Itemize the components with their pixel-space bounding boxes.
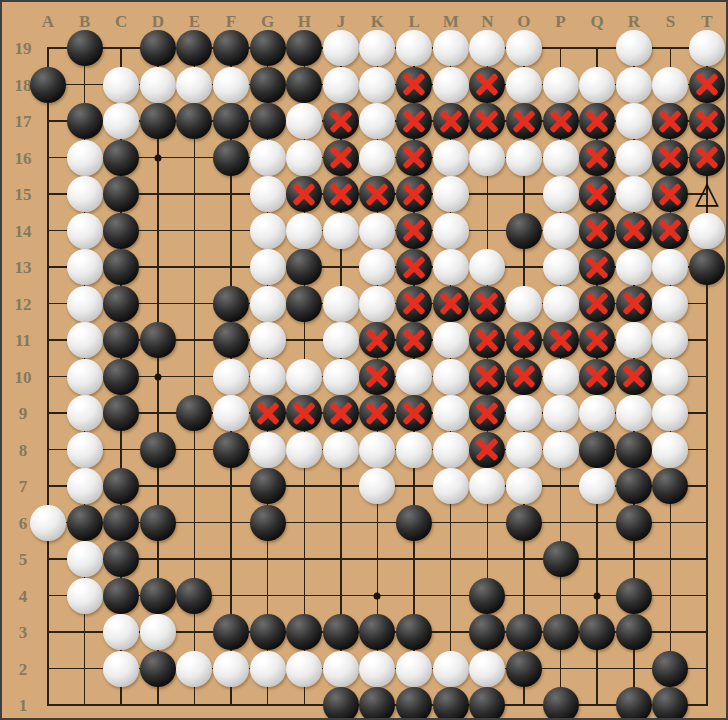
point-T18[interactable] bbox=[689, 66, 726, 103]
point-E18[interactable] bbox=[176, 66, 213, 103]
point-M18[interactable] bbox=[432, 66, 469, 103]
point-S18[interactable] bbox=[652, 66, 689, 103]
point-L3[interactable] bbox=[396, 614, 433, 651]
point-J1[interactable] bbox=[323, 687, 360, 720]
point-P2[interactable] bbox=[542, 650, 579, 687]
point-M2[interactable] bbox=[432, 650, 469, 687]
point-A2[interactable] bbox=[30, 650, 67, 687]
point-O5[interactable] bbox=[506, 541, 543, 578]
point-M7[interactable] bbox=[432, 468, 469, 505]
point-A5[interactable] bbox=[30, 541, 67, 578]
point-T9[interactable] bbox=[689, 395, 726, 432]
point-F19[interactable] bbox=[213, 30, 250, 67]
point-K7[interactable] bbox=[359, 468, 396, 505]
point-Q17[interactable] bbox=[579, 103, 616, 140]
point-S2[interactable] bbox=[652, 650, 689, 687]
point-K13[interactable] bbox=[359, 249, 396, 286]
point-S11[interactable] bbox=[652, 322, 689, 359]
point-N15[interactable] bbox=[469, 176, 506, 213]
point-B5[interactable] bbox=[66, 541, 103, 578]
point-K10[interactable] bbox=[359, 358, 396, 395]
point-J19[interactable] bbox=[323, 30, 360, 67]
point-E11[interactable] bbox=[176, 322, 213, 359]
point-C6[interactable] bbox=[103, 504, 140, 541]
point-M17[interactable] bbox=[432, 103, 469, 140]
point-A4[interactable] bbox=[30, 577, 67, 614]
point-A12[interactable] bbox=[30, 285, 67, 322]
point-F14[interactable] bbox=[213, 212, 250, 249]
point-C12[interactable] bbox=[103, 285, 140, 322]
point-G4[interactable] bbox=[249, 577, 286, 614]
point-R2[interactable] bbox=[615, 650, 652, 687]
point-O19[interactable] bbox=[506, 30, 543, 67]
point-S6[interactable] bbox=[652, 504, 689, 541]
point-K2[interactable] bbox=[359, 650, 396, 687]
point-D17[interactable] bbox=[140, 103, 177, 140]
point-Q2[interactable] bbox=[579, 650, 616, 687]
point-R11[interactable] bbox=[615, 322, 652, 359]
point-C15[interactable] bbox=[103, 176, 140, 213]
point-B11[interactable] bbox=[66, 322, 103, 359]
point-Q14[interactable] bbox=[579, 212, 616, 249]
point-J4[interactable] bbox=[323, 577, 360, 614]
point-E19[interactable] bbox=[176, 30, 213, 67]
point-E12[interactable] bbox=[176, 285, 213, 322]
point-F10[interactable] bbox=[213, 358, 250, 395]
point-G15[interactable] bbox=[249, 176, 286, 213]
point-H14[interactable] bbox=[286, 212, 323, 249]
point-E13[interactable] bbox=[176, 249, 213, 286]
point-M10[interactable] bbox=[432, 358, 469, 395]
point-H11[interactable] bbox=[286, 322, 323, 359]
point-L18[interactable] bbox=[396, 66, 433, 103]
point-D6[interactable] bbox=[140, 504, 177, 541]
point-D3[interactable] bbox=[140, 614, 177, 651]
point-N7[interactable] bbox=[469, 468, 506, 505]
point-J15[interactable] bbox=[323, 176, 360, 213]
point-J13[interactable] bbox=[323, 249, 360, 286]
point-T1[interactable] bbox=[689, 687, 726, 720]
point-R12[interactable] bbox=[615, 285, 652, 322]
point-D15[interactable] bbox=[140, 176, 177, 213]
point-E17[interactable] bbox=[176, 103, 213, 140]
point-N1[interactable] bbox=[469, 687, 506, 720]
point-D16[interactable] bbox=[140, 139, 177, 176]
point-H15[interactable] bbox=[286, 176, 323, 213]
point-P13[interactable] bbox=[542, 249, 579, 286]
point-A14[interactable] bbox=[30, 212, 67, 249]
point-Q1[interactable] bbox=[579, 687, 616, 720]
point-B10[interactable] bbox=[66, 358, 103, 395]
point-F1[interactable] bbox=[213, 687, 250, 720]
point-B17[interactable] bbox=[66, 103, 103, 140]
point-H17[interactable] bbox=[286, 103, 323, 140]
point-A17[interactable] bbox=[30, 103, 67, 140]
point-C19[interactable] bbox=[103, 30, 140, 67]
point-N14[interactable] bbox=[469, 212, 506, 249]
point-T15[interactable]: △ bbox=[689, 176, 726, 213]
point-B1[interactable] bbox=[66, 687, 103, 720]
point-D2[interactable] bbox=[140, 650, 177, 687]
point-G6[interactable] bbox=[249, 504, 286, 541]
point-P9[interactable] bbox=[542, 395, 579, 432]
point-S5[interactable] bbox=[652, 541, 689, 578]
point-N13[interactable] bbox=[469, 249, 506, 286]
point-L12[interactable] bbox=[396, 285, 433, 322]
point-L5[interactable] bbox=[396, 541, 433, 578]
point-N6[interactable] bbox=[469, 504, 506, 541]
point-J14[interactable] bbox=[323, 212, 360, 249]
point-O6[interactable] bbox=[506, 504, 543, 541]
point-K11[interactable] bbox=[359, 322, 396, 359]
point-R16[interactable] bbox=[615, 139, 652, 176]
point-H10[interactable] bbox=[286, 358, 323, 395]
point-S16[interactable] bbox=[652, 139, 689, 176]
point-T6[interactable] bbox=[689, 504, 726, 541]
point-D5[interactable] bbox=[140, 541, 177, 578]
point-L19[interactable] bbox=[396, 30, 433, 67]
point-O14[interactable] bbox=[506, 212, 543, 249]
point-G7[interactable] bbox=[249, 468, 286, 505]
point-T16[interactable] bbox=[689, 139, 726, 176]
point-A7[interactable] bbox=[30, 468, 67, 505]
point-B13[interactable] bbox=[66, 249, 103, 286]
point-M16[interactable] bbox=[432, 139, 469, 176]
point-J5[interactable] bbox=[323, 541, 360, 578]
point-P6[interactable] bbox=[542, 504, 579, 541]
point-J11[interactable] bbox=[323, 322, 360, 359]
point-J12[interactable] bbox=[323, 285, 360, 322]
point-F2[interactable] bbox=[213, 650, 250, 687]
point-C4[interactable] bbox=[103, 577, 140, 614]
point-S4[interactable] bbox=[652, 577, 689, 614]
point-R5[interactable] bbox=[615, 541, 652, 578]
point-T8[interactable] bbox=[689, 431, 726, 468]
point-H19[interactable] bbox=[286, 30, 323, 67]
point-M13[interactable] bbox=[432, 249, 469, 286]
point-M12[interactable] bbox=[432, 285, 469, 322]
point-L11[interactable] bbox=[396, 322, 433, 359]
point-R9[interactable] bbox=[615, 395, 652, 432]
point-N10[interactable] bbox=[469, 358, 506, 395]
point-K15[interactable] bbox=[359, 176, 396, 213]
point-S1[interactable] bbox=[652, 687, 689, 720]
point-O8[interactable] bbox=[506, 431, 543, 468]
point-C1[interactable] bbox=[103, 687, 140, 720]
point-J3[interactable] bbox=[323, 614, 360, 651]
point-F15[interactable] bbox=[213, 176, 250, 213]
point-P3[interactable] bbox=[542, 614, 579, 651]
point-C7[interactable] bbox=[103, 468, 140, 505]
point-D9[interactable] bbox=[140, 395, 177, 432]
point-C14[interactable] bbox=[103, 212, 140, 249]
point-L10[interactable] bbox=[396, 358, 433, 395]
point-T5[interactable] bbox=[689, 541, 726, 578]
point-D7[interactable] bbox=[140, 468, 177, 505]
point-R13[interactable] bbox=[615, 249, 652, 286]
point-N17[interactable] bbox=[469, 103, 506, 140]
point-O2[interactable] bbox=[506, 650, 543, 687]
point-C9[interactable] bbox=[103, 395, 140, 432]
point-S13[interactable] bbox=[652, 249, 689, 286]
point-H9[interactable] bbox=[286, 395, 323, 432]
point-N12[interactable] bbox=[469, 285, 506, 322]
point-C17[interactable] bbox=[103, 103, 140, 140]
point-T2[interactable] bbox=[689, 650, 726, 687]
point-D19[interactable] bbox=[140, 30, 177, 67]
point-B16[interactable] bbox=[66, 139, 103, 176]
point-T10[interactable] bbox=[689, 358, 726, 395]
point-C8[interactable] bbox=[103, 431, 140, 468]
point-N3[interactable] bbox=[469, 614, 506, 651]
point-F3[interactable] bbox=[213, 614, 250, 651]
point-P10[interactable] bbox=[542, 358, 579, 395]
point-G13[interactable] bbox=[249, 249, 286, 286]
point-Q3[interactable] bbox=[579, 614, 616, 651]
point-J6[interactable] bbox=[323, 504, 360, 541]
point-D1[interactable] bbox=[140, 687, 177, 720]
point-C5[interactable] bbox=[103, 541, 140, 578]
point-R14[interactable] bbox=[615, 212, 652, 249]
point-C16[interactable] bbox=[103, 139, 140, 176]
point-B7[interactable] bbox=[66, 468, 103, 505]
point-B18[interactable] bbox=[66, 66, 103, 103]
point-D11[interactable] bbox=[140, 322, 177, 359]
point-R7[interactable] bbox=[615, 468, 652, 505]
point-E1[interactable] bbox=[176, 687, 213, 720]
point-H13[interactable] bbox=[286, 249, 323, 286]
point-D12[interactable] bbox=[140, 285, 177, 322]
point-L1[interactable] bbox=[396, 687, 433, 720]
point-F18[interactable] bbox=[213, 66, 250, 103]
point-O9[interactable] bbox=[506, 395, 543, 432]
point-P11[interactable] bbox=[542, 322, 579, 359]
point-L2[interactable] bbox=[396, 650, 433, 687]
point-P4[interactable] bbox=[542, 577, 579, 614]
point-K14[interactable] bbox=[359, 212, 396, 249]
point-T17[interactable] bbox=[689, 103, 726, 140]
point-A9[interactable] bbox=[30, 395, 67, 432]
point-A6[interactable] bbox=[30, 504, 67, 541]
point-E9[interactable] bbox=[176, 395, 213, 432]
point-L14[interactable] bbox=[396, 212, 433, 249]
point-B9[interactable] bbox=[66, 395, 103, 432]
point-A10[interactable] bbox=[30, 358, 67, 395]
point-L13[interactable] bbox=[396, 249, 433, 286]
point-F7[interactable] bbox=[213, 468, 250, 505]
point-E10[interactable] bbox=[176, 358, 213, 395]
point-K8[interactable] bbox=[359, 431, 396, 468]
point-F5[interactable] bbox=[213, 541, 250, 578]
point-G17[interactable] bbox=[249, 103, 286, 140]
point-O13[interactable] bbox=[506, 249, 543, 286]
point-R15[interactable] bbox=[615, 176, 652, 213]
point-P17[interactable] bbox=[542, 103, 579, 140]
point-T7[interactable] bbox=[689, 468, 726, 505]
point-F16[interactable] bbox=[213, 139, 250, 176]
point-A1[interactable] bbox=[30, 687, 67, 720]
point-G11[interactable] bbox=[249, 322, 286, 359]
point-L17[interactable] bbox=[396, 103, 433, 140]
point-A16[interactable] bbox=[30, 139, 67, 176]
point-G5[interactable] bbox=[249, 541, 286, 578]
point-Q10[interactable] bbox=[579, 358, 616, 395]
point-M9[interactable] bbox=[432, 395, 469, 432]
point-P8[interactable] bbox=[542, 431, 579, 468]
point-G18[interactable] bbox=[249, 66, 286, 103]
point-D8[interactable] bbox=[140, 431, 177, 468]
point-L7[interactable] bbox=[396, 468, 433, 505]
point-K1[interactable] bbox=[359, 687, 396, 720]
point-Q11[interactable] bbox=[579, 322, 616, 359]
point-S12[interactable] bbox=[652, 285, 689, 322]
point-S17[interactable] bbox=[652, 103, 689, 140]
point-H4[interactable] bbox=[286, 577, 323, 614]
point-P14[interactable] bbox=[542, 212, 579, 249]
point-G3[interactable] bbox=[249, 614, 286, 651]
point-R19[interactable] bbox=[615, 30, 652, 67]
point-E15[interactable] bbox=[176, 176, 213, 213]
point-Q18[interactable] bbox=[579, 66, 616, 103]
point-R6[interactable] bbox=[615, 504, 652, 541]
point-C11[interactable] bbox=[103, 322, 140, 359]
point-E5[interactable] bbox=[176, 541, 213, 578]
point-J10[interactable] bbox=[323, 358, 360, 395]
point-A8[interactable] bbox=[30, 431, 67, 468]
point-D18[interactable] bbox=[140, 66, 177, 103]
point-Q5[interactable] bbox=[579, 541, 616, 578]
point-T19[interactable] bbox=[689, 30, 726, 67]
point-E14[interactable] bbox=[176, 212, 213, 249]
point-F17[interactable] bbox=[213, 103, 250, 140]
point-P7[interactable] bbox=[542, 468, 579, 505]
point-G14[interactable] bbox=[249, 212, 286, 249]
point-P12[interactable] bbox=[542, 285, 579, 322]
point-M3[interactable] bbox=[432, 614, 469, 651]
point-A15[interactable] bbox=[30, 176, 67, 213]
point-Q19[interactable] bbox=[579, 30, 616, 67]
point-J2[interactable] bbox=[323, 650, 360, 687]
point-L15[interactable] bbox=[396, 176, 433, 213]
point-K9[interactable] bbox=[359, 395, 396, 432]
point-B4[interactable] bbox=[66, 577, 103, 614]
point-F4[interactable] bbox=[213, 577, 250, 614]
point-S7[interactable] bbox=[652, 468, 689, 505]
point-H12[interactable] bbox=[286, 285, 323, 322]
point-A11[interactable] bbox=[30, 322, 67, 359]
point-C10[interactable] bbox=[103, 358, 140, 395]
point-H18[interactable] bbox=[286, 66, 323, 103]
point-C3[interactable] bbox=[103, 614, 140, 651]
point-S15[interactable] bbox=[652, 176, 689, 213]
point-N2[interactable] bbox=[469, 650, 506, 687]
point-P1[interactable] bbox=[542, 687, 579, 720]
point-A18[interactable] bbox=[30, 66, 67, 103]
point-S3[interactable] bbox=[652, 614, 689, 651]
point-J9[interactable] bbox=[323, 395, 360, 432]
point-T4[interactable] bbox=[689, 577, 726, 614]
point-N8[interactable] bbox=[469, 431, 506, 468]
point-A3[interactable] bbox=[30, 614, 67, 651]
point-G16[interactable] bbox=[249, 139, 286, 176]
point-N19[interactable] bbox=[469, 30, 506, 67]
point-S8[interactable] bbox=[652, 431, 689, 468]
point-F6[interactable] bbox=[213, 504, 250, 541]
point-T11[interactable] bbox=[689, 322, 726, 359]
point-O1[interactable] bbox=[506, 687, 543, 720]
point-H7[interactable] bbox=[286, 468, 323, 505]
point-P5[interactable] bbox=[542, 541, 579, 578]
point-B3[interactable] bbox=[66, 614, 103, 651]
point-T3[interactable] bbox=[689, 614, 726, 651]
point-Q15[interactable] bbox=[579, 176, 616, 213]
point-M19[interactable] bbox=[432, 30, 469, 67]
point-E8[interactable] bbox=[176, 431, 213, 468]
point-K19[interactable] bbox=[359, 30, 396, 67]
point-P16[interactable] bbox=[542, 139, 579, 176]
point-R8[interactable] bbox=[615, 431, 652, 468]
point-G1[interactable] bbox=[249, 687, 286, 720]
point-A13[interactable] bbox=[30, 249, 67, 286]
point-D14[interactable] bbox=[140, 212, 177, 249]
point-R4[interactable] bbox=[615, 577, 652, 614]
point-O3[interactable] bbox=[506, 614, 543, 651]
point-M15[interactable] bbox=[432, 176, 469, 213]
point-G10[interactable] bbox=[249, 358, 286, 395]
point-N4[interactable] bbox=[469, 577, 506, 614]
point-H3[interactable] bbox=[286, 614, 323, 651]
point-K16[interactable] bbox=[359, 139, 396, 176]
point-E3[interactable] bbox=[176, 614, 213, 651]
point-G19[interactable] bbox=[249, 30, 286, 67]
point-R17[interactable] bbox=[615, 103, 652, 140]
point-E6[interactable] bbox=[176, 504, 213, 541]
point-N5[interactable] bbox=[469, 541, 506, 578]
point-B2[interactable] bbox=[66, 650, 103, 687]
point-O7[interactable] bbox=[506, 468, 543, 505]
point-N18[interactable] bbox=[469, 66, 506, 103]
point-R10[interactable] bbox=[615, 358, 652, 395]
point-O11[interactable] bbox=[506, 322, 543, 359]
point-K18[interactable] bbox=[359, 66, 396, 103]
point-F9[interactable] bbox=[213, 395, 250, 432]
point-O10[interactable] bbox=[506, 358, 543, 395]
point-P15[interactable] bbox=[542, 176, 579, 213]
point-K3[interactable] bbox=[359, 614, 396, 651]
point-T14[interactable] bbox=[689, 212, 726, 249]
point-Q13[interactable] bbox=[579, 249, 616, 286]
point-S19[interactable] bbox=[652, 30, 689, 67]
point-B12[interactable] bbox=[66, 285, 103, 322]
point-B15[interactable] bbox=[66, 176, 103, 213]
point-N11[interactable] bbox=[469, 322, 506, 359]
point-J18[interactable] bbox=[323, 66, 360, 103]
point-J7[interactable] bbox=[323, 468, 360, 505]
point-O4[interactable] bbox=[506, 577, 543, 614]
point-H16[interactable] bbox=[286, 139, 323, 176]
point-R18[interactable] bbox=[615, 66, 652, 103]
point-Q4[interactable] bbox=[579, 577, 616, 614]
point-L16[interactable] bbox=[396, 139, 433, 176]
point-N9[interactable] bbox=[469, 395, 506, 432]
point-C18[interactable] bbox=[103, 66, 140, 103]
point-O18[interactable] bbox=[506, 66, 543, 103]
point-S14[interactable] bbox=[652, 212, 689, 249]
point-O17[interactable] bbox=[506, 103, 543, 140]
point-O15[interactable] bbox=[506, 176, 543, 213]
point-O12[interactable] bbox=[506, 285, 543, 322]
point-R3[interactable] bbox=[615, 614, 652, 651]
